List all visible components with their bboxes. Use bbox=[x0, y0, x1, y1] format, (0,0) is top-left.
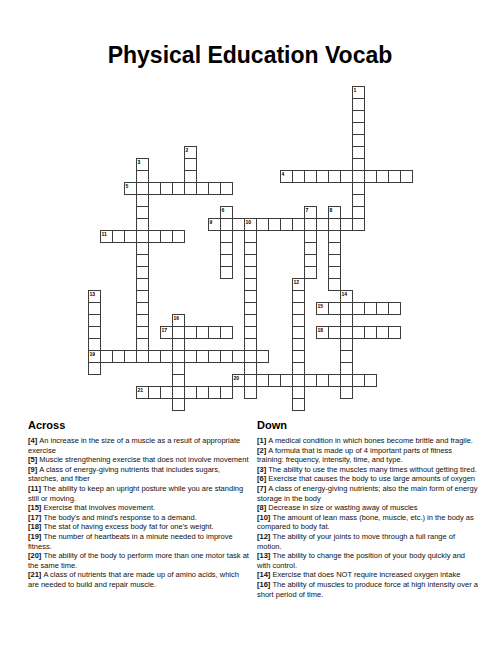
crossword-cell[interactable] bbox=[304, 266, 317, 279]
cell-number: 18 bbox=[318, 327, 324, 333]
clue: [1] A medical condition in which bones b… bbox=[257, 436, 478, 446]
clue-number: [17] bbox=[28, 513, 43, 522]
down-heading: Down bbox=[257, 419, 478, 431]
clue-number: [7] bbox=[257, 484, 268, 493]
clue: [19] The number of heartbeats in a minut… bbox=[28, 532, 249, 551]
clue: [12] The ability of your joints to move … bbox=[257, 532, 478, 551]
clue-number: [16] bbox=[257, 580, 272, 589]
cell-number: 13 bbox=[90, 291, 96, 297]
page-title: Physical Education Vocab bbox=[0, 0, 500, 69]
clue-number: [5] bbox=[28, 455, 39, 464]
crossword-cell[interactable] bbox=[172, 230, 185, 243]
cell-number: 15 bbox=[318, 303, 324, 309]
clue-number: [6] bbox=[257, 474, 268, 483]
clue: [8] Decrease in size or wasting away of … bbox=[257, 503, 478, 513]
clue: [15] Exercise that involves movement. bbox=[28, 503, 249, 513]
crossword-cell[interactable] bbox=[220, 266, 233, 279]
cell-number: 1 bbox=[354, 87, 357, 93]
clue-number: [14] bbox=[257, 570, 272, 579]
clue: [7] A class of energy-giving nutrients; … bbox=[257, 484, 478, 503]
crossword-cell[interactable] bbox=[340, 386, 353, 399]
cell-number: 5 bbox=[126, 183, 129, 189]
clue-number: [1] bbox=[257, 436, 268, 445]
cell-number: 16 bbox=[174, 315, 180, 321]
crossword-cell[interactable] bbox=[400, 170, 413, 183]
crossword-cell[interactable] bbox=[220, 182, 233, 195]
clue: [20] The ability of the body to perform … bbox=[28, 551, 249, 570]
cell-number: 7 bbox=[306, 207, 309, 213]
clue-number: [18] bbox=[28, 522, 43, 531]
clue-number: [15] bbox=[28, 503, 43, 512]
clue: [5] Muscle strengthening exercise that d… bbox=[28, 455, 249, 465]
cell-number: 6 bbox=[222, 207, 225, 213]
crossword-cell[interactable] bbox=[172, 398, 185, 411]
cell-number: 14 bbox=[342, 291, 348, 297]
clue-number: [8] bbox=[257, 503, 268, 512]
clue: [14] Exercise that does NOT require incr… bbox=[257, 570, 478, 580]
crossword-cell[interactable] bbox=[244, 386, 257, 399]
clue: [18] The stat of having excess body fat … bbox=[28, 522, 249, 532]
crossword-cell[interactable] bbox=[352, 218, 365, 231]
clue: [16] The ability of muscles to produce f… bbox=[257, 580, 478, 599]
clue: [3] The ability to use the muscles many … bbox=[257, 465, 478, 475]
clue-number: [11] bbox=[28, 484, 43, 493]
clue-number: [21] bbox=[28, 570, 43, 579]
clue: [9] A class of energy-giving nutrients t… bbox=[28, 465, 249, 484]
cell-number: 10 bbox=[246, 219, 252, 225]
across-heading: Across bbox=[28, 419, 249, 431]
crossword-page: Physical Education Vocab 123456789101112… bbox=[0, 0, 500, 647]
crossword-cell[interactable] bbox=[88, 362, 101, 375]
cell-number: 19 bbox=[90, 351, 96, 357]
crossword-cell[interactable] bbox=[256, 350, 269, 363]
clue-number: [2] bbox=[257, 446, 268, 455]
across-clues: Across [4] An increase in the size of a … bbox=[28, 419, 249, 599]
crossword-cell[interactable] bbox=[220, 326, 233, 339]
cell-number: 11 bbox=[102, 231, 107, 237]
crossword-cell[interactable] bbox=[292, 398, 305, 411]
clue-number: [4] bbox=[28, 436, 39, 445]
down-clues: Down [1] A medical condition in which bo… bbox=[257, 419, 478, 599]
clue: [4] An increase in the size of a muscle … bbox=[28, 436, 249, 455]
cell-number: 3 bbox=[138, 159, 141, 165]
cell-number: 9 bbox=[210, 219, 213, 225]
clue: [2] A formula that is made up of 4 impor… bbox=[257, 446, 478, 465]
clue: [21] A class of nutrients that are made … bbox=[28, 570, 249, 589]
clue-number: [9] bbox=[28, 465, 39, 474]
cell-number: 17 bbox=[162, 327, 168, 333]
clue: [10] The amount of lean mass (bone, musc… bbox=[257, 513, 478, 532]
cell-number: 8 bbox=[330, 207, 333, 213]
cell-number: 2 bbox=[186, 147, 189, 153]
clue: [6] Exercise that causes the body to use… bbox=[257, 474, 478, 484]
clue-number: [10] bbox=[257, 513, 272, 522]
crossword-cell[interactable] bbox=[388, 326, 401, 339]
clue: [13] The ability to change the position … bbox=[257, 551, 478, 570]
crossword-cell[interactable] bbox=[220, 386, 233, 399]
cell-number: 20 bbox=[234, 375, 240, 381]
cell-number: 21 bbox=[138, 387, 144, 393]
cell-number: 4 bbox=[282, 171, 285, 177]
clue-number: [19] bbox=[28, 532, 43, 541]
clue-number: [3] bbox=[257, 465, 268, 474]
clue: [11] The ability to keep an upright post… bbox=[28, 484, 249, 503]
crossword-cell[interactable] bbox=[388, 302, 401, 315]
crossword-grid: 123456789101112131415161718192021 bbox=[88, 86, 413, 411]
clue-number: [20] bbox=[28, 551, 43, 560]
crossword-cell[interactable] bbox=[364, 374, 377, 387]
clue-number: [13] bbox=[257, 551, 272, 560]
cell-number: 12 bbox=[294, 279, 300, 285]
down-clue-list: [1] A medical condition in which bones b… bbox=[257, 436, 478, 599]
across-clue-list: [4] An increase in the size of a muscle … bbox=[28, 436, 249, 590]
clue-section: Across [4] An increase in the size of a … bbox=[0, 411, 500, 599]
clue: [17] The body's and mind's response to a… bbox=[28, 513, 249, 523]
clue-number: [12] bbox=[257, 532, 272, 541]
